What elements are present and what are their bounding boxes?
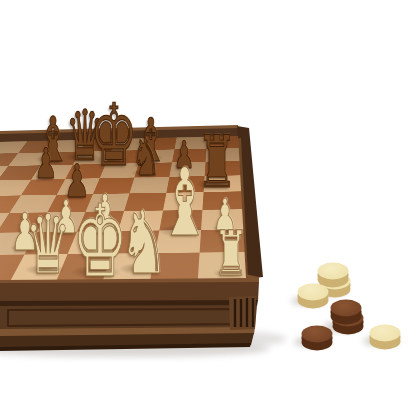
square-g7 bbox=[172, 149, 206, 163]
square-e6 bbox=[100, 163, 139, 178]
square-h7 bbox=[206, 148, 240, 162]
square-e3 bbox=[77, 211, 124, 231]
square-e7 bbox=[106, 150, 143, 164]
square-h5 bbox=[204, 175, 242, 192]
square-h3 bbox=[201, 209, 243, 230]
square-g5 bbox=[166, 176, 204, 193]
square-g4 bbox=[163, 192, 204, 210]
square-f6 bbox=[134, 162, 172, 177]
square-e5 bbox=[93, 177, 134, 194]
square-h8 bbox=[206, 136, 238, 149]
square-f7 bbox=[139, 149, 175, 163]
square-f8 bbox=[143, 138, 177, 151]
square-g3 bbox=[159, 210, 202, 231]
square-f3 bbox=[118, 211, 163, 232]
square-f2 bbox=[111, 230, 159, 253]
square-e4 bbox=[85, 193, 129, 211]
front-base bbox=[0, 274, 259, 351]
square-g2 bbox=[155, 230, 201, 253]
square-g8 bbox=[174, 137, 207, 150]
square-h2 bbox=[200, 229, 245, 252]
square-g6 bbox=[169, 162, 205, 177]
square-f1 bbox=[103, 253, 155, 279]
square-h1 bbox=[198, 252, 246, 278]
chess-board bbox=[0, 136, 246, 281]
chess-set-photo: ♛♝♝♚♟♞♟♜♟♟♟♟♝♟♞♛♚♜ bbox=[0, 0, 416, 416]
square-e2 bbox=[68, 231, 118, 254]
square-f5 bbox=[130, 177, 170, 194]
square-h4 bbox=[202, 191, 242, 210]
square-h6 bbox=[205, 161, 241, 176]
square-e8 bbox=[111, 138, 146, 151]
square-e1 bbox=[57, 254, 111, 280]
square-g1 bbox=[150, 253, 199, 279]
square-f4 bbox=[124, 193, 166, 211]
